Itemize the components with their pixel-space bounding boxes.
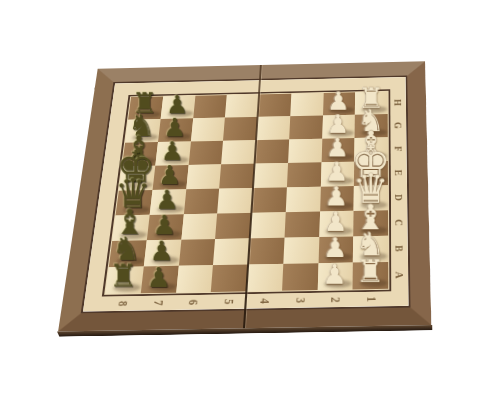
square-c6[interactable]: [181, 214, 217, 240]
square-c4[interactable]: [250, 212, 286, 238]
square-g4[interactable]: [256, 116, 290, 140]
white-pawn-c2[interactable]: ♟: [324, 208, 348, 235]
square-h6[interactable]: [193, 95, 227, 118]
square-f3[interactable]: [288, 139, 322, 163]
square-c3[interactable]: [284, 212, 319, 238]
black-pawn-a7[interactable]: ♟: [146, 264, 170, 291]
square-a6[interactable]: [176, 265, 213, 292]
square-a2[interactable]: ♟: [317, 263, 353, 291]
chess-board: ♜♟♟♜♞♟♟♞♝♟♟♝♚♟♟♚♛♟♟♛♝♟♟♝♞♟♟♞♜♟♟♜ 8765432…: [58, 61, 431, 331]
square-f5[interactable]: [221, 140, 256, 164]
white-rook-a1[interactable]: ♜: [356, 256, 384, 288]
square-h5[interactable]: [225, 94, 259, 117]
board-scene: ♜♟♟♜♞♟♟♞♝♟♟♝♚♟♟♚♛♟♟♛♝♟♟♝♞♟♟♞♜♟♟♜ 8765432…: [78, 28, 428, 348]
file-label-F: F: [393, 146, 405, 152]
chess-set-photo: ♜♟♟♜♞♟♟♞♝♟♟♝♚♟♟♚♛♟♟♛♝♟♟♝♞♟♟♞♜♟♟♜ 8765432…: [0, 0, 500, 418]
square-f4[interactable]: [255, 139, 289, 163]
square-b3[interactable]: [283, 237, 319, 264]
file-label-G: G: [393, 122, 405, 129]
black-rook-a8[interactable]: ♜: [109, 260, 137, 291]
square-h3[interactable]: [290, 93, 323, 116]
white-pawn-b2[interactable]: ♟: [323, 234, 347, 261]
file-label-E: E: [393, 170, 405, 176]
square-e6[interactable]: [186, 164, 222, 189]
square-b6[interactable]: [178, 239, 215, 266]
square-a1[interactable]: ♜: [353, 262, 389, 290]
black-pawn-c7[interactable]: ♟: [152, 212, 176, 239]
square-b4[interactable]: [248, 238, 284, 265]
square-f6[interactable]: [188, 141, 223, 165]
square-c5[interactable]: [215, 213, 251, 239]
black-pawn-b7[interactable]: ♟: [149, 237, 173, 264]
file-label-H: H: [392, 99, 404, 106]
white-pawn-a2[interactable]: ♟: [323, 261, 348, 288]
square-g6[interactable]: [190, 118, 225, 142]
square-b5[interactable]: [213, 238, 250, 265]
